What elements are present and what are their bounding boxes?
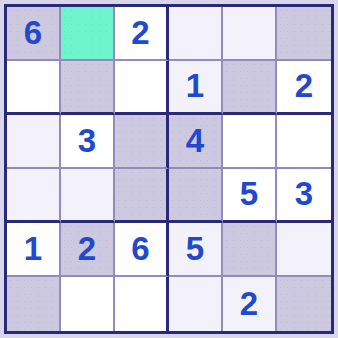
- given-digit: 2: [78, 232, 96, 267]
- given-digit: 3: [78, 124, 96, 159]
- cell-r4c4[interactable]: [223, 223, 277, 277]
- cell-r0c2[interactable]: 2: [115, 7, 169, 61]
- cell-r5c4[interactable]: 2: [223, 277, 277, 331]
- given-digit: 1: [186, 69, 204, 104]
- given-digit: 6: [131, 232, 149, 267]
- given-digit: 1: [24, 232, 42, 267]
- cell-r4c3[interactable]: 5: [169, 223, 223, 277]
- sudoku-board: 6212345312652: [4, 4, 334, 334]
- board-frame: 6212345312652: [0, 0, 338, 338]
- cell-r1c2[interactable]: [115, 61, 169, 115]
- cell-r3c5[interactable]: 3: [277, 169, 331, 223]
- cell-r3c2[interactable]: [115, 169, 169, 223]
- cell-r2c5[interactable]: [277, 115, 331, 169]
- cell-r1c5[interactable]: 2: [277, 61, 331, 115]
- given-digit: 4: [186, 124, 204, 159]
- cell-r1c0[interactable]: [7, 61, 61, 115]
- cell-r2c4[interactable]: [223, 115, 277, 169]
- cell-r2c3[interactable]: 4: [169, 115, 223, 169]
- given-digit: 3: [295, 177, 313, 212]
- cell-r5c1[interactable]: [61, 277, 115, 331]
- cell-r5c2[interactable]: [115, 277, 169, 331]
- cell-r1c1[interactable]: [61, 61, 115, 115]
- cell-r5c5[interactable]: [277, 277, 331, 331]
- cell-r4c2[interactable]: 6: [115, 223, 169, 277]
- selected-cell[interactable]: [61, 7, 115, 61]
- cell-r4c5[interactable]: [277, 223, 331, 277]
- cell-r4c1[interactable]: 2: [61, 223, 115, 277]
- cell-r5c3[interactable]: [169, 277, 223, 331]
- cell-r1c4[interactable]: [223, 61, 277, 115]
- cell-r3c4[interactable]: 5: [223, 169, 277, 223]
- cell-r0c4[interactable]: [223, 7, 277, 61]
- given-digit: 2: [131, 16, 149, 51]
- given-digit: 5: [186, 232, 204, 267]
- cell-r1c3[interactable]: 1: [169, 61, 223, 115]
- given-digit: 2: [240, 287, 258, 322]
- given-digit: 6: [24, 16, 42, 51]
- cell-r3c1[interactable]: [61, 169, 115, 223]
- cell-r0c5[interactable]: [277, 7, 331, 61]
- cell-r2c2[interactable]: [115, 115, 169, 169]
- cell-r2c1[interactable]: 3: [61, 115, 115, 169]
- given-digit: 2: [295, 69, 313, 104]
- cell-r3c0[interactable]: [7, 169, 61, 223]
- cell-r4c0[interactable]: 1: [7, 223, 61, 277]
- cell-r0c3[interactable]: [169, 7, 223, 61]
- cell-r5c0[interactable]: [7, 277, 61, 331]
- given-digit: 5: [240, 177, 258, 212]
- cell-r0c0[interactable]: 6: [7, 7, 61, 61]
- cell-r2c0[interactable]: [7, 115, 61, 169]
- cell-r3c3[interactable]: [169, 169, 223, 223]
